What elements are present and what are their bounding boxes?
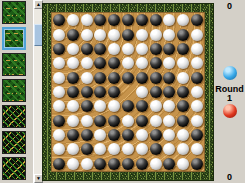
round-value: 1 bbox=[214, 93, 245, 103]
board-cell[interactable] bbox=[176, 42, 190, 56]
board-cell[interactable] bbox=[93, 99, 107, 113]
status-panel: 0 Round 1 0 bbox=[214, 0, 245, 183]
red-player-score: 0 bbox=[214, 172, 245, 182]
board-cell[interactable] bbox=[93, 27, 107, 41]
white-stone bbox=[191, 100, 203, 112]
white-stone bbox=[177, 129, 189, 141]
board-cell[interactable] bbox=[190, 128, 204, 142]
board-cell[interactable] bbox=[176, 114, 190, 128]
black-stone bbox=[53, 14, 65, 26]
black-stone bbox=[177, 100, 189, 112]
board-cell[interactable] bbox=[163, 157, 177, 171]
white-stone bbox=[177, 57, 189, 69]
white-stone bbox=[136, 86, 148, 98]
level-thumbnail-5[interactable] bbox=[2, 105, 26, 128]
black-stone bbox=[177, 115, 189, 127]
black-stone bbox=[94, 158, 106, 170]
black-stone bbox=[108, 57, 120, 69]
blue-player-score: 0 bbox=[214, 1, 245, 11]
white-stone bbox=[136, 129, 148, 141]
black-stone bbox=[177, 43, 189, 55]
board-cell[interactable] bbox=[176, 142, 190, 156]
white-stone bbox=[150, 115, 162, 127]
board-cell[interactable] bbox=[107, 27, 121, 41]
black-stone bbox=[81, 86, 93, 98]
board-cell[interactable] bbox=[163, 99, 177, 113]
white-stone bbox=[150, 29, 162, 41]
board-cell[interactable] bbox=[190, 13, 204, 27]
board-cell[interactable] bbox=[190, 142, 204, 156]
white-stone bbox=[67, 115, 79, 127]
board-cell[interactable] bbox=[149, 56, 163, 70]
white-stone bbox=[81, 158, 93, 170]
black-stone bbox=[163, 43, 175, 55]
level-thumbnail-3[interactable] bbox=[2, 53, 26, 76]
board-cell[interactable] bbox=[149, 13, 163, 27]
black-stone bbox=[67, 72, 79, 84]
white-stone bbox=[177, 143, 189, 155]
board-cell[interactable] bbox=[52, 99, 66, 113]
board-cell[interactable] bbox=[163, 56, 177, 70]
board-cell[interactable] bbox=[149, 85, 163, 99]
thumbnail-scrollbar[interactable]: ▲ ▼ bbox=[33, 0, 42, 183]
black-stone bbox=[191, 158, 203, 170]
board-cell[interactable] bbox=[107, 114, 121, 128]
board-cell[interactable] bbox=[176, 70, 190, 84]
white-stone bbox=[122, 115, 134, 127]
board-cell[interactable] bbox=[176, 56, 190, 70]
board-cell[interactable] bbox=[107, 13, 121, 27]
board-cell[interactable] bbox=[52, 142, 66, 156]
board-cell[interactable] bbox=[80, 13, 94, 27]
board-cell[interactable] bbox=[135, 13, 149, 27]
level-thumbnail-7[interactable] bbox=[2, 157, 26, 180]
white-stone bbox=[191, 29, 203, 41]
black-stone bbox=[81, 100, 93, 112]
white-stone bbox=[53, 143, 65, 155]
board-cell[interactable] bbox=[149, 27, 163, 41]
black-stone bbox=[53, 158, 65, 170]
board-cell[interactable] bbox=[66, 27, 80, 41]
black-stone bbox=[122, 29, 134, 41]
board-cell[interactable] bbox=[163, 42, 177, 56]
board-cell[interactable] bbox=[163, 142, 177, 156]
white-stone bbox=[163, 129, 175, 141]
board-cell[interactable] bbox=[107, 56, 121, 70]
board-cell[interactable] bbox=[176, 157, 190, 171]
white-stone bbox=[163, 57, 175, 69]
white-stone bbox=[67, 143, 79, 155]
white-stone bbox=[108, 29, 120, 41]
black-stone bbox=[122, 129, 134, 141]
board-cell[interactable] bbox=[121, 157, 135, 171]
board-cell[interactable] bbox=[149, 157, 163, 171]
black-stone bbox=[94, 57, 106, 69]
board-cell[interactable] bbox=[93, 13, 107, 27]
black-stone bbox=[81, 43, 93, 55]
board-cell[interactable] bbox=[176, 13, 190, 27]
black-stone bbox=[67, 29, 79, 41]
board-cell[interactable] bbox=[163, 114, 177, 128]
game-board bbox=[51, 12, 205, 172]
white-stone bbox=[53, 29, 65, 41]
white-stone bbox=[108, 43, 120, 55]
black-stone bbox=[136, 100, 148, 112]
white-stone bbox=[177, 14, 189, 26]
board-cell[interactable] bbox=[163, 27, 177, 41]
black-stone bbox=[53, 115, 65, 127]
white-stone bbox=[94, 29, 106, 41]
board-cell[interactable] bbox=[121, 42, 135, 56]
board-cell[interactable] bbox=[163, 13, 177, 27]
level-thumbnail-4[interactable] bbox=[2, 79, 26, 102]
board-cell[interactable] bbox=[93, 114, 107, 128]
board-cell[interactable] bbox=[52, 128, 66, 142]
white-stone bbox=[163, 14, 175, 26]
board-cell[interactable] bbox=[93, 70, 107, 84]
level-thumbnail-1[interactable] bbox=[2, 1, 26, 24]
board-cell[interactable] bbox=[121, 142, 135, 156]
board-cell[interactable] bbox=[121, 27, 135, 41]
board-cell[interactable] bbox=[149, 142, 163, 156]
white-stone bbox=[177, 72, 189, 84]
white-stone bbox=[67, 57, 79, 69]
board-cell[interactable] bbox=[80, 70, 94, 84]
white-stone bbox=[81, 115, 93, 127]
black-stone bbox=[136, 158, 148, 170]
white-stone bbox=[94, 129, 106, 141]
board-cell[interactable] bbox=[135, 27, 149, 41]
board-cell[interactable] bbox=[135, 157, 149, 171]
board-cell[interactable] bbox=[52, 114, 66, 128]
white-stone bbox=[67, 14, 79, 26]
board-cell[interactable] bbox=[93, 42, 107, 56]
black-stone bbox=[108, 14, 120, 26]
board-cell[interactable] bbox=[80, 114, 94, 128]
white-stone bbox=[150, 158, 162, 170]
board-cell[interactable] bbox=[163, 128, 177, 142]
black-stone bbox=[94, 72, 106, 84]
board-cell[interactable] bbox=[176, 27, 190, 41]
white-stone bbox=[163, 29, 175, 41]
board-cell[interactable] bbox=[52, 85, 66, 99]
board-cell[interactable] bbox=[80, 99, 94, 113]
black-stone bbox=[191, 72, 203, 84]
white-stone bbox=[94, 100, 106, 112]
white-stone bbox=[136, 57, 148, 69]
white-stone bbox=[136, 43, 148, 55]
board-cell[interactable] bbox=[52, 56, 66, 70]
white-stone bbox=[122, 57, 134, 69]
board-cell[interactable] bbox=[149, 114, 163, 128]
black-stone bbox=[67, 86, 79, 98]
white-stone bbox=[81, 57, 93, 69]
board-cell[interactable] bbox=[66, 42, 80, 56]
board-cell[interactable] bbox=[135, 70, 149, 84]
board-cell[interactable] bbox=[121, 128, 135, 142]
white-stone bbox=[53, 57, 65, 69]
black-stone bbox=[108, 158, 120, 170]
black-stone bbox=[122, 100, 134, 112]
white-stone bbox=[108, 143, 120, 155]
white-stone bbox=[191, 143, 203, 155]
board-cell[interactable] bbox=[107, 85, 121, 99]
black-stone bbox=[94, 115, 106, 127]
black-stone bbox=[136, 14, 148, 26]
black-stone bbox=[122, 72, 134, 84]
white-stone bbox=[163, 143, 175, 155]
white-stone bbox=[177, 158, 189, 170]
board-cell[interactable] bbox=[121, 99, 135, 113]
level-thumbnail-2[interactable] bbox=[2, 27, 26, 50]
board-cell[interactable] bbox=[66, 142, 80, 156]
board-cell[interactable] bbox=[80, 42, 94, 56]
board-cell[interactable] bbox=[121, 70, 135, 84]
white-stone bbox=[136, 143, 148, 155]
white-stone bbox=[53, 72, 65, 84]
board-cell[interactable] bbox=[190, 114, 204, 128]
black-stone bbox=[94, 14, 106, 26]
black-stone bbox=[150, 143, 162, 155]
board-cell[interactable] bbox=[93, 56, 107, 70]
black-stone bbox=[150, 72, 162, 84]
board-cell[interactable] bbox=[163, 70, 177, 84]
white-stone bbox=[122, 43, 134, 55]
black-stone bbox=[191, 129, 203, 141]
white-stone bbox=[81, 29, 93, 41]
black-stone bbox=[108, 115, 120, 127]
board-cell[interactable] bbox=[80, 85, 94, 99]
black-stone bbox=[108, 72, 120, 84]
board-cell[interactable] bbox=[107, 128, 121, 142]
white-stone bbox=[108, 100, 120, 112]
board-cell[interactable] bbox=[66, 128, 80, 142]
board-cell[interactable] bbox=[135, 142, 149, 156]
white-stone bbox=[150, 100, 162, 112]
black-stone bbox=[163, 86, 175, 98]
board-cell[interactable] bbox=[107, 142, 121, 156]
black-stone bbox=[177, 29, 189, 41]
board-cell[interactable] bbox=[52, 157, 66, 171]
white-stone bbox=[163, 100, 175, 112]
board-cell[interactable] bbox=[190, 56, 204, 70]
black-stone bbox=[150, 129, 162, 141]
white-stone bbox=[81, 14, 93, 26]
level-thumbnail-rail bbox=[0, 0, 33, 183]
white-stone bbox=[191, 43, 203, 55]
black-stone bbox=[150, 14, 162, 26]
board-cell[interactable] bbox=[66, 157, 80, 171]
white-stone bbox=[122, 143, 134, 155]
board-cell[interactable] bbox=[66, 70, 80, 84]
black-stone bbox=[163, 158, 175, 170]
board-cell[interactable] bbox=[80, 56, 94, 70]
board-cell[interactable] bbox=[149, 70, 163, 84]
board-cell[interactable] bbox=[121, 114, 135, 128]
board-cell[interactable] bbox=[107, 99, 121, 113]
white-stone bbox=[53, 86, 65, 98]
board-cell[interactable] bbox=[80, 128, 94, 142]
board-cell[interactable] bbox=[135, 114, 149, 128]
level-thumbnail-6[interactable] bbox=[2, 131, 26, 154]
board-cell[interactable] bbox=[176, 99, 190, 113]
board-cell[interactable] bbox=[163, 85, 177, 99]
black-stone bbox=[108, 129, 120, 141]
black-stone bbox=[177, 86, 189, 98]
black-stone bbox=[136, 115, 148, 127]
board-cell[interactable] bbox=[66, 13, 80, 27]
board-cell[interactable] bbox=[93, 157, 107, 171]
board-cell[interactable] bbox=[66, 85, 80, 99]
board-cell[interactable] bbox=[190, 27, 204, 41]
white-stone bbox=[191, 115, 203, 127]
white-stone bbox=[53, 129, 65, 141]
board-cell[interactable] bbox=[66, 56, 80, 70]
board-cell[interactable] bbox=[135, 99, 149, 113]
board-cell[interactable] bbox=[107, 42, 121, 56]
board-cell[interactable] bbox=[93, 128, 107, 142]
board-cell[interactable] bbox=[80, 142, 94, 156]
black-stone bbox=[136, 72, 148, 84]
black-stone bbox=[81, 129, 93, 141]
board-cell[interactable] bbox=[135, 128, 149, 142]
black-stone bbox=[122, 14, 134, 26]
black-stone bbox=[150, 57, 162, 69]
board-cell[interactable] bbox=[135, 85, 149, 99]
board-cell[interactable] bbox=[80, 27, 94, 41]
white-stone bbox=[53, 100, 65, 112]
black-stone bbox=[163, 72, 175, 84]
white-stone bbox=[67, 100, 79, 112]
board-cell[interactable] bbox=[107, 70, 121, 84]
board-cell[interactable] bbox=[190, 99, 204, 113]
black-stone bbox=[67, 129, 79, 141]
white-stone bbox=[67, 43, 79, 55]
board-cell[interactable] bbox=[176, 85, 190, 99]
board-cell[interactable] bbox=[80, 157, 94, 171]
black-stone bbox=[94, 86, 106, 98]
game-board-frame bbox=[42, 3, 214, 181]
board-cell[interactable] bbox=[52, 13, 66, 27]
board-cell[interactable] bbox=[93, 85, 107, 99]
board-cell[interactable] bbox=[52, 70, 66, 84]
board-cell[interactable] bbox=[190, 85, 204, 99]
board-cell[interactable] bbox=[176, 128, 190, 142]
red-player-ball-icon bbox=[223, 104, 237, 118]
white-stone bbox=[163, 115, 175, 127]
white-stone bbox=[191, 86, 203, 98]
board-cell[interactable] bbox=[149, 128, 163, 142]
black-stone bbox=[94, 43, 106, 55]
board-cell[interactable] bbox=[190, 70, 204, 84]
black-stone bbox=[122, 158, 134, 170]
board-cell[interactable] bbox=[107, 157, 121, 171]
white-stone bbox=[136, 29, 148, 41]
board-cell[interactable] bbox=[190, 157, 204, 171]
blue-player-ball-icon bbox=[223, 66, 237, 80]
board-cell[interactable] bbox=[52, 42, 66, 56]
white-stone bbox=[81, 72, 93, 84]
board-cell[interactable] bbox=[135, 42, 149, 56]
white-stone bbox=[67, 158, 79, 170]
black-stone bbox=[150, 86, 162, 98]
board-cell[interactable] bbox=[121, 85, 135, 99]
board-cell[interactable] bbox=[66, 114, 80, 128]
black-stone bbox=[191, 14, 203, 26]
board-cell[interactable] bbox=[121, 13, 135, 27]
board-cell[interactable] bbox=[66, 99, 80, 113]
white-stone bbox=[191, 57, 203, 69]
black-stone bbox=[53, 43, 65, 55]
board-cell[interactable] bbox=[93, 142, 107, 156]
board-cell[interactable] bbox=[149, 99, 163, 113]
white-stone bbox=[94, 143, 106, 155]
board-cell[interactable] bbox=[190, 42, 204, 56]
board-cell[interactable] bbox=[52, 27, 66, 41]
board-cell[interactable] bbox=[149, 42, 163, 56]
black-stone bbox=[150, 43, 162, 55]
black-stone bbox=[81, 143, 93, 155]
black-stone bbox=[108, 86, 120, 98]
board-cell[interactable] bbox=[135, 56, 149, 70]
board-cell[interactable] bbox=[121, 56, 135, 70]
